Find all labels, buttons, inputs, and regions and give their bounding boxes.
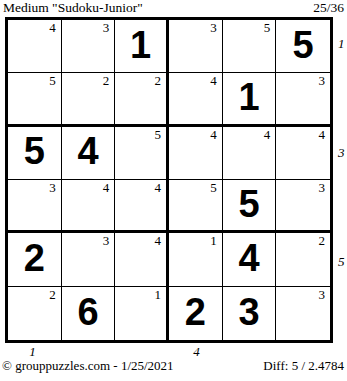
cell-r4c1[interactable]: 3 <box>8 180 62 233</box>
cell-r3c2: 4 <box>62 127 116 180</box>
cell-value: 5 <box>24 132 45 170</box>
footer: © grouppuzzles.com - 1/25/2021 Diff: 5 /… <box>2 358 344 373</box>
col-label-4: 4 <box>193 344 200 360</box>
cell-r1c5[interactable]: 5 <box>223 20 277 73</box>
pencil-mark: 2 <box>103 74 110 88</box>
pencil-mark: 3 <box>319 288 326 302</box>
cell-r5c5: 4 <box>223 233 277 286</box>
cell-r1c2[interactable]: 3 <box>62 20 116 73</box>
cell-value: 1 <box>130 26 151 64</box>
puzzle-counter: 25/36 <box>313 0 344 15</box>
sudoku-board: 431355522413545444344553234142261233 <box>5 17 333 343</box>
cell-r3c5[interactable]: 4 <box>223 127 277 180</box>
cell-r6c3[interactable]: 1 <box>115 287 169 340</box>
cell-r3c3[interactable]: 5 <box>115 127 169 180</box>
pencil-mark: 5 <box>49 74 56 88</box>
pencil-mark: 4 <box>264 128 271 142</box>
pencil-mark: 3 <box>103 21 110 35</box>
pencil-mark: 3 <box>103 234 110 248</box>
cell-r2c1[interactable]: 5 <box>8 73 62 126</box>
row-label-1: 1 <box>338 36 345 52</box>
pencil-mark: 1 <box>155 288 162 302</box>
cell-r4c3[interactable]: 4 <box>115 180 169 233</box>
cell-r6c5: 3 <box>223 287 277 340</box>
col-label-1: 1 <box>29 344 36 360</box>
cell-r5c4[interactable]: 1 <box>169 233 223 286</box>
pencil-mark: 4 <box>319 128 326 142</box>
header: Medium "Sudoku-Junior" 25/36 <box>3 0 344 16</box>
cell-value: 3 <box>238 293 259 331</box>
pencil-mark: 2 <box>155 74 162 88</box>
cell-r1c1[interactable]: 4 <box>8 20 62 73</box>
cell-r4c4[interactable]: 5 <box>169 180 223 233</box>
cell-r6c2: 6 <box>62 287 116 340</box>
pencil-mark: 4 <box>155 234 162 248</box>
pencil-mark: 4 <box>103 181 110 195</box>
cell-value: 2 <box>185 293 206 331</box>
cell-r6c6[interactable]: 3 <box>276 287 330 340</box>
copyright-credit: © grouppuzzles.com - 1/25/2021 <box>2 358 174 373</box>
pencil-mark: 4 <box>49 21 56 35</box>
difficulty-text: Diff: 5 / 2.4784 <box>263 358 344 373</box>
pencil-mark: 5 <box>264 21 271 35</box>
cell-r5c2[interactable]: 3 <box>62 233 116 286</box>
pencil-mark: 5 <box>155 128 162 142</box>
cell-r4c6[interactable]: 3 <box>276 180 330 233</box>
cell-value: 4 <box>77 132 98 170</box>
cell-r6c4: 2 <box>169 287 223 340</box>
cell-r2c5: 1 <box>223 73 277 126</box>
row-label-5: 5 <box>338 254 345 270</box>
cell-r4c5: 5 <box>223 180 277 233</box>
cell-value: 2 <box>24 239 45 277</box>
pencil-mark: 3 <box>319 74 326 88</box>
cell-value: 5 <box>293 26 314 64</box>
pencil-mark: 5 <box>210 181 217 195</box>
cell-r1c6: 5 <box>276 20 330 73</box>
cell-r4c2[interactable]: 4 <box>62 180 116 233</box>
cell-r3c1: 5 <box>8 127 62 180</box>
pencil-mark: 4 <box>210 128 217 142</box>
cell-r2c2[interactable]: 2 <box>62 73 116 126</box>
pencil-mark: 4 <box>210 74 217 88</box>
cell-value: 4 <box>238 239 259 277</box>
cell-r5c6[interactable]: 2 <box>276 233 330 286</box>
cell-r5c3[interactable]: 4 <box>115 233 169 286</box>
pencil-mark: 3 <box>319 181 326 195</box>
pencil-mark: 1 <box>210 234 217 248</box>
cell-r1c3: 1 <box>115 20 169 73</box>
cell-r3c6[interactable]: 4 <box>276 127 330 180</box>
row-label-3: 3 <box>338 145 345 161</box>
pencil-mark: 2 <box>49 288 56 302</box>
pencil-mark: 4 <box>155 181 162 195</box>
cell-r2c6[interactable]: 3 <box>276 73 330 126</box>
puzzle-title: Medium "Sudoku-Junior" <box>3 0 143 15</box>
cell-value: 6 <box>77 293 98 331</box>
pencil-mark: 2 <box>319 234 326 248</box>
cell-r6c1[interactable]: 2 <box>8 287 62 340</box>
cell-r5c1: 2 <box>8 233 62 286</box>
cell-r2c3[interactable]: 2 <box>115 73 169 126</box>
cell-r1c4[interactable]: 3 <box>169 20 223 73</box>
cell-value: 1 <box>238 78 259 116</box>
cell-value: 5 <box>238 185 259 223</box>
cell-r2c4[interactable]: 4 <box>169 73 223 126</box>
pencil-mark: 3 <box>210 21 217 35</box>
cell-r3c4[interactable]: 4 <box>169 127 223 180</box>
pencil-mark: 3 <box>49 181 56 195</box>
